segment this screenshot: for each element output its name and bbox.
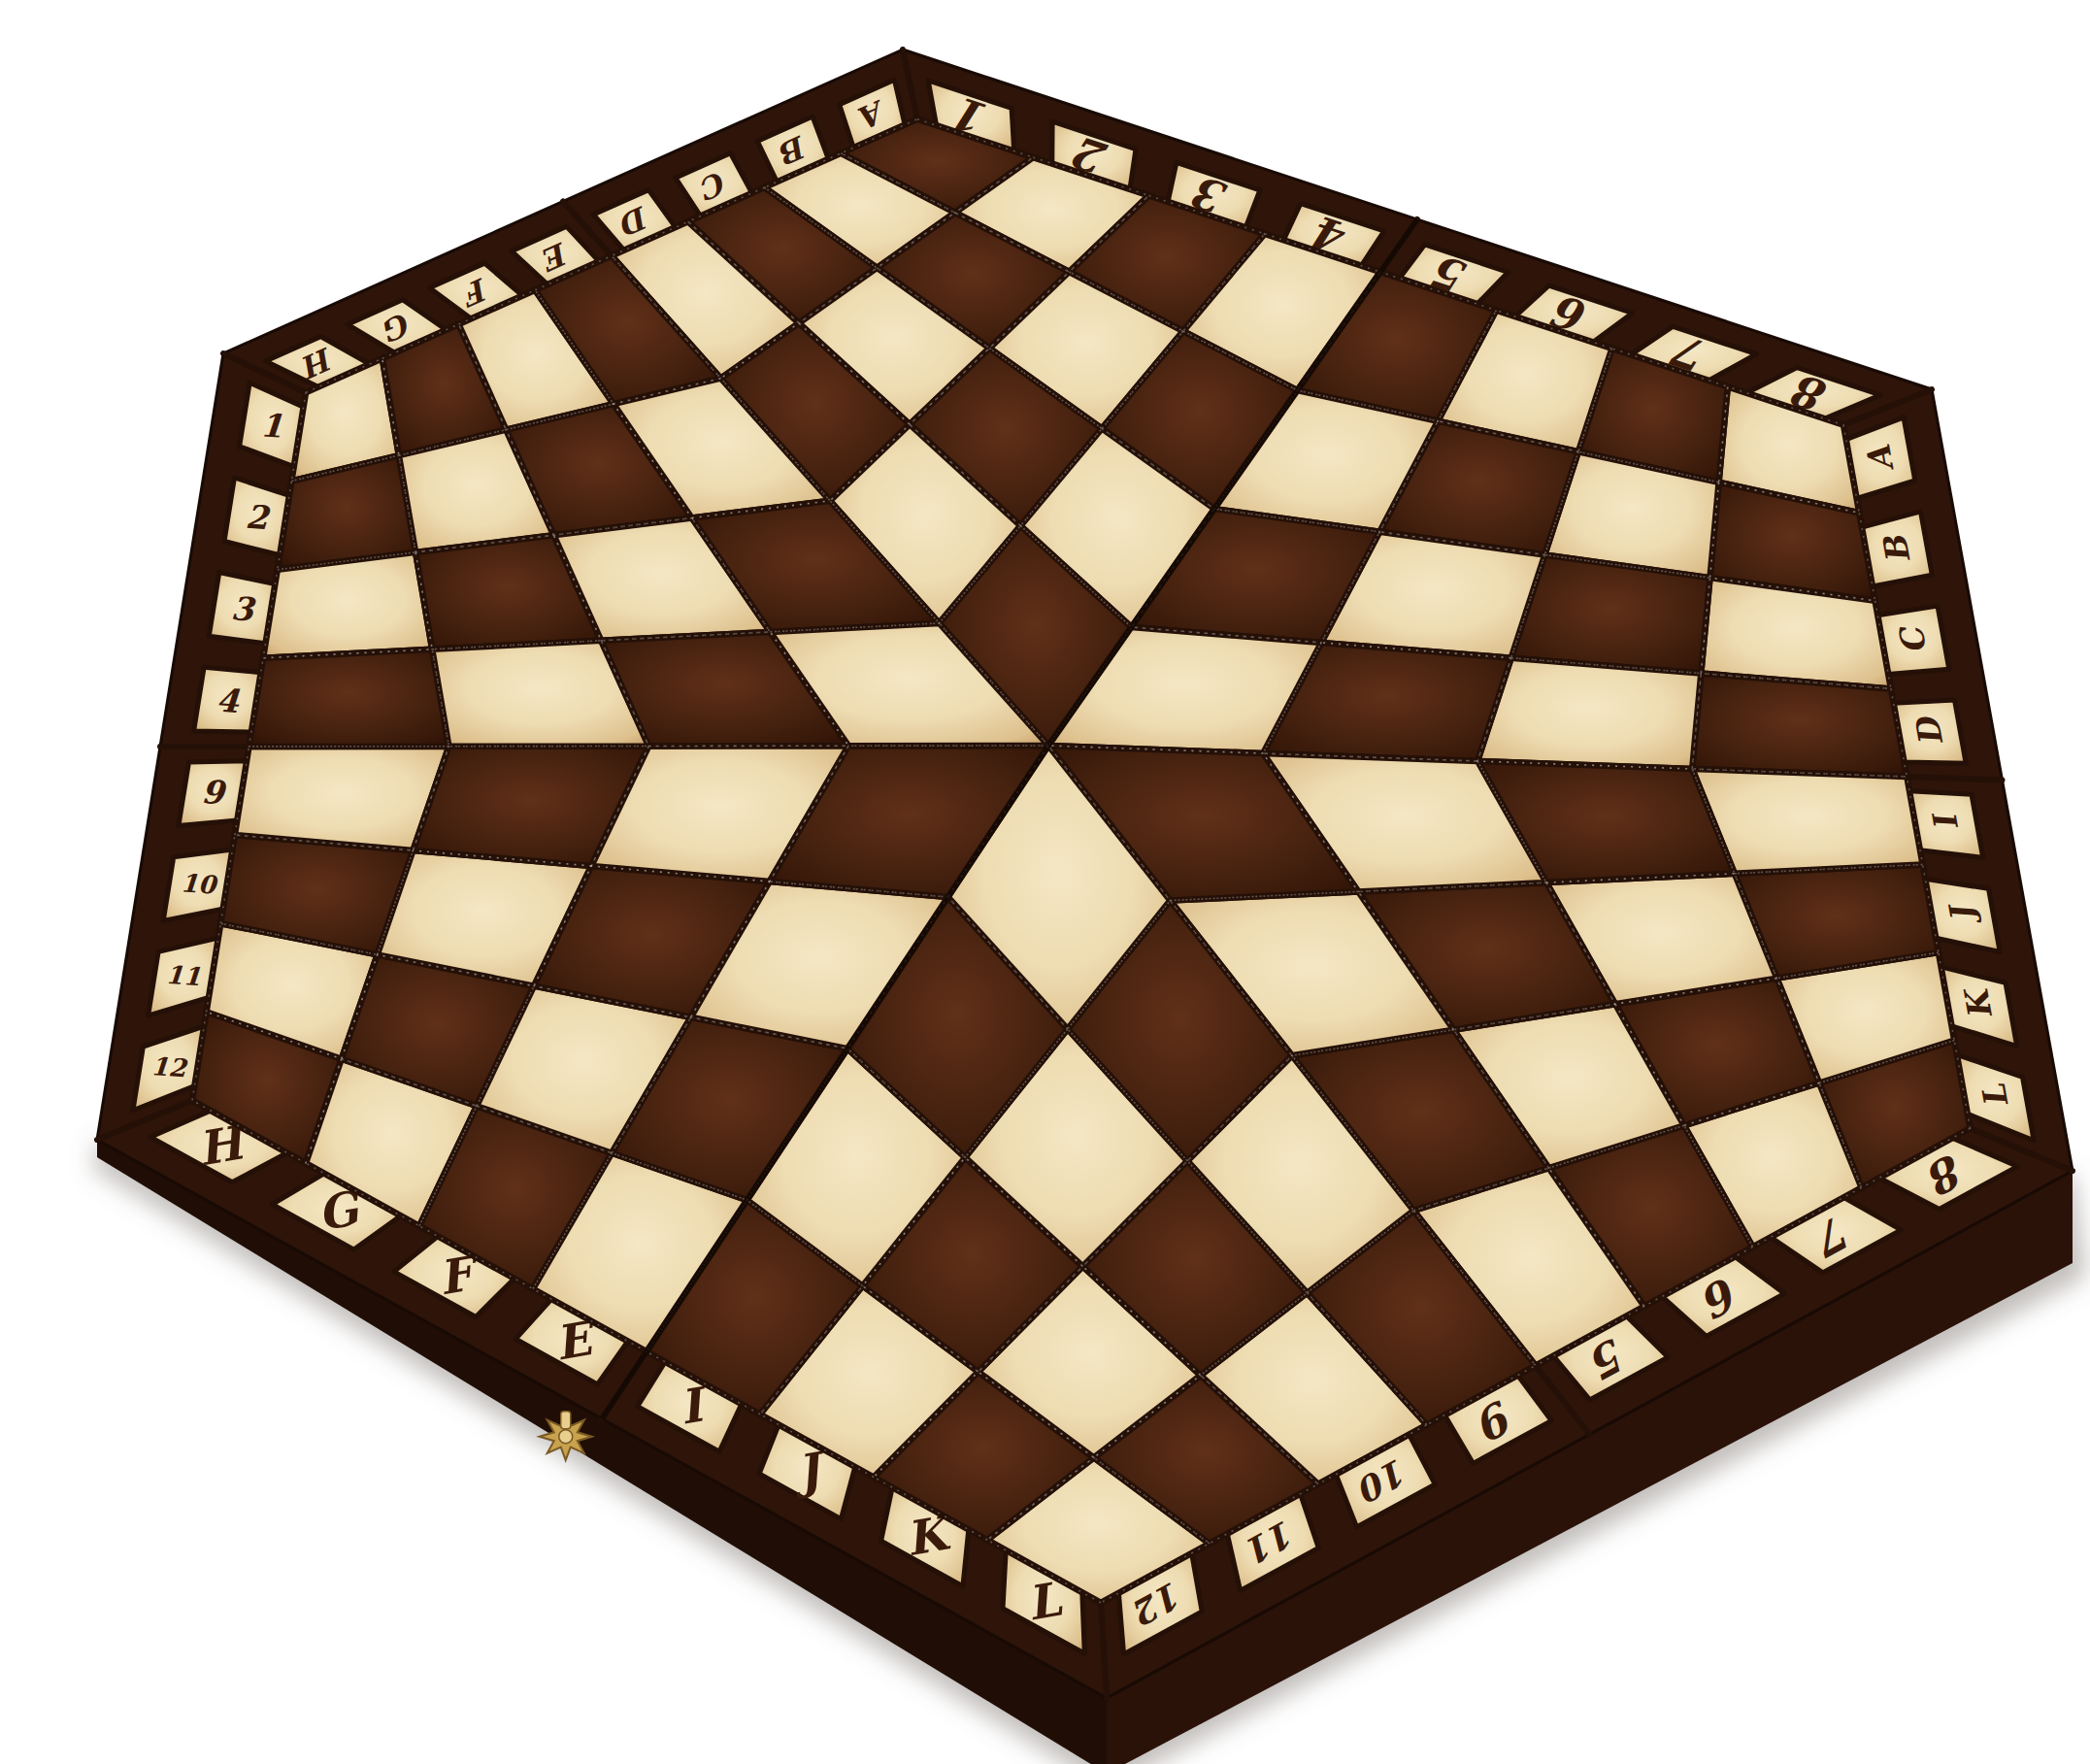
coord-label-left-1: 1 — [259, 406, 284, 446]
square-h4 — [249, 649, 449, 747]
board-svg: 12345678ABCDIJKL87659101112LKJIEFGH12111… — [39, 16, 2090, 1764]
square-d7 — [1477, 658, 1701, 769]
coord-label-left-10: 10 — [180, 868, 219, 900]
three-player-chess-board-photo: 12345678ABCDIJKL87659101112LKJIEFGH12111… — [39, 16, 2090, 1764]
square-d8 — [1692, 674, 1907, 777]
coord-label-left-4: 4 — [215, 681, 241, 720]
coord-label-left-12: 12 — [150, 1051, 189, 1083]
square-h3 — [263, 552, 432, 658]
coord-label-left-11: 11 — [165, 960, 202, 991]
